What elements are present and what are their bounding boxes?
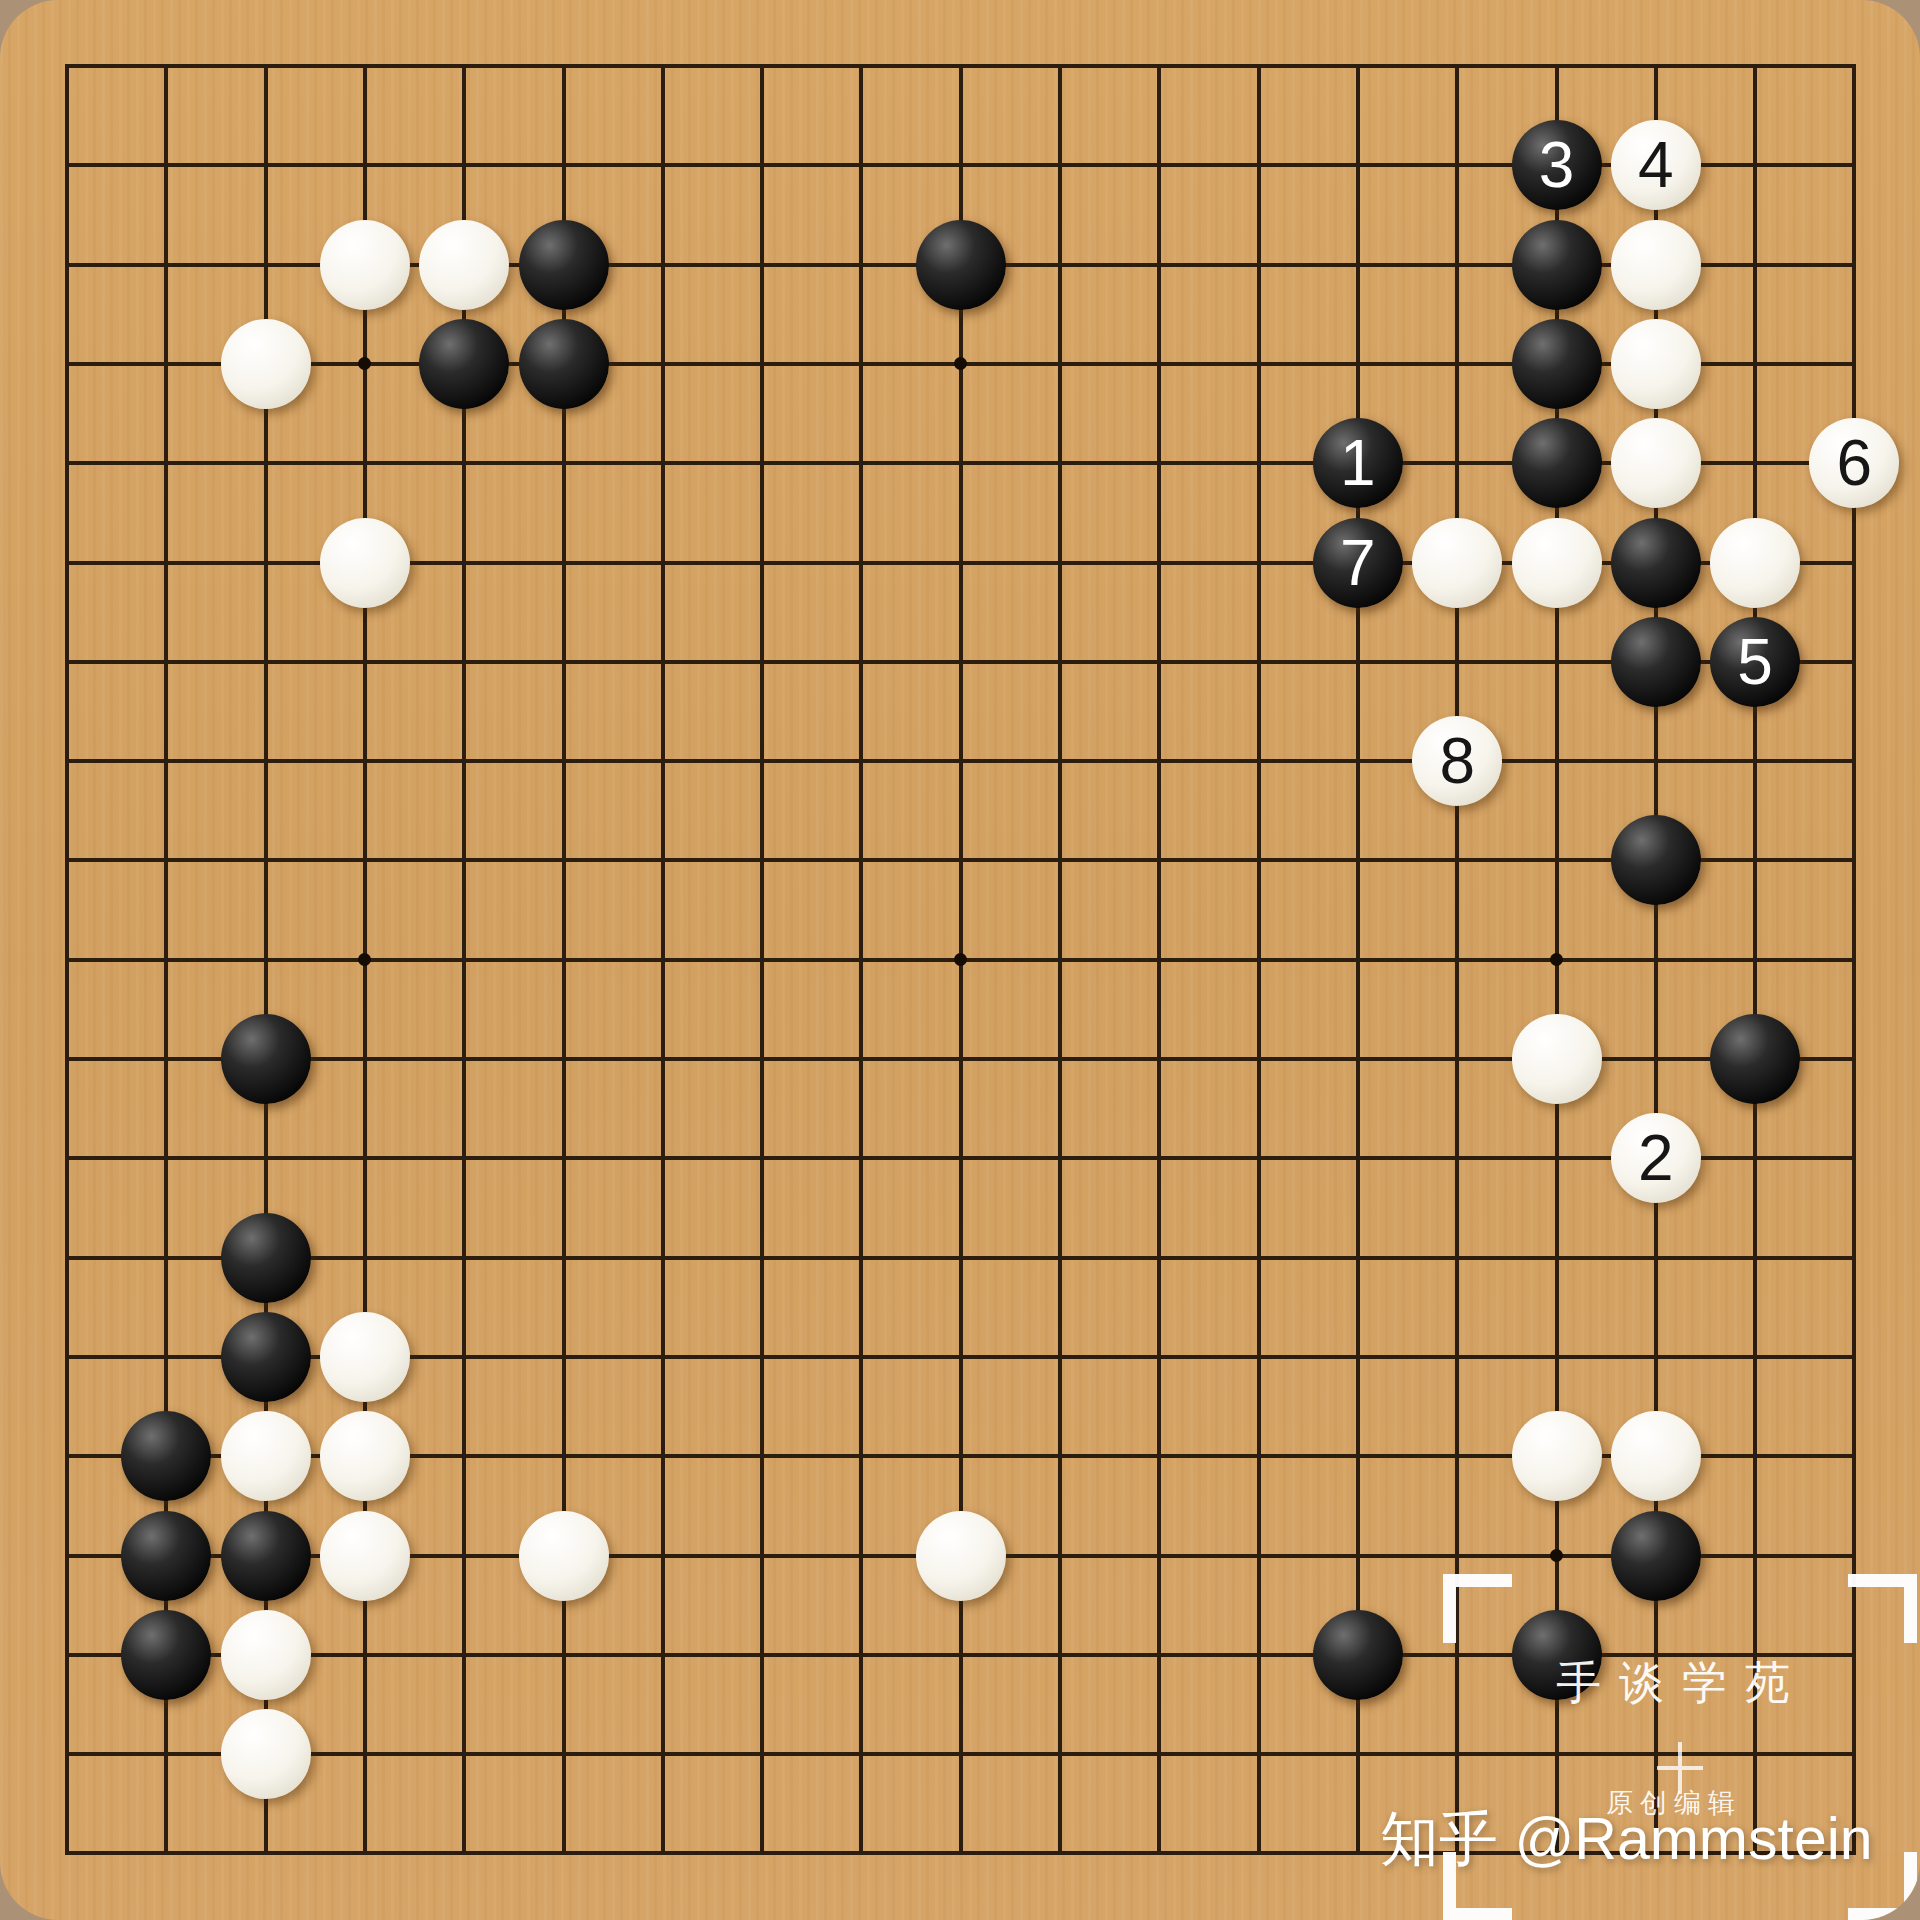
stone-black (1313, 1610, 1403, 1700)
stone-black (1611, 1511, 1701, 1601)
stone-white (1512, 1411, 1602, 1501)
stone-black (1611, 617, 1701, 707)
stone-white (1611, 220, 1701, 310)
stone-white (1412, 518, 1502, 608)
stone-white (221, 1610, 311, 1700)
stone-white-move-2: 2 (1611, 1113, 1701, 1203)
stone-black (1611, 815, 1701, 905)
move-number-label: 4 (1638, 133, 1674, 197)
move-number-label: 1 (1340, 431, 1376, 495)
page: 34167582 手谈学苑 原创编辑 知乎 @Rammstein (0, 0, 1920, 1920)
move-number-label: 7 (1340, 531, 1376, 595)
grid-line-horizontal (65, 1156, 1856, 1160)
move-number-label: 3 (1539, 133, 1575, 197)
stone-white (320, 1511, 410, 1601)
stone-white (1611, 418, 1701, 508)
stone-white-move-6: 6 (1809, 418, 1899, 508)
grid-line-horizontal (65, 1752, 1856, 1756)
stone-black (1710, 1014, 1800, 1104)
stone-black (519, 220, 609, 310)
star-point (954, 953, 967, 966)
stone-black (121, 1610, 211, 1700)
stone-white (1611, 1411, 1701, 1501)
move-number-label: 6 (1837, 431, 1873, 495)
stone-black (121, 1511, 211, 1601)
stone-black (1512, 220, 1602, 310)
stone-white (221, 319, 311, 409)
stone-white (419, 220, 509, 310)
stone-black (519, 319, 609, 409)
stone-black (1512, 319, 1602, 409)
stone-black (221, 1312, 311, 1402)
star-point (954, 357, 967, 370)
credit-watermark: 知乎 @Rammstein (1380, 1806, 1873, 1872)
move-number-label: 8 (1439, 729, 1475, 793)
frame-corner-top-left-icon (1443, 1574, 1512, 1643)
grid-line-vertical (1157, 64, 1161, 1855)
stone-white (320, 518, 410, 608)
stone-black (221, 1213, 311, 1303)
grid-line-horizontal (65, 1256, 1856, 1260)
star-point (1550, 953, 1563, 966)
stone-white (320, 220, 410, 310)
stone-black-move-3: 3 (1512, 120, 1602, 210)
stone-white (916, 1511, 1006, 1601)
stone-white (320, 1312, 410, 1402)
stone-white (221, 1709, 311, 1799)
crosshair-vertical-bar (1678, 1742, 1682, 1794)
move-number-label: 5 (1737, 630, 1773, 694)
stone-black (121, 1411, 211, 1501)
stone-white-move-8: 8 (1412, 716, 1502, 806)
stone-black-move-7: 7 (1313, 518, 1403, 608)
grid-line-vertical (1753, 64, 1757, 1855)
stone-black (1512, 418, 1602, 508)
crosshair-icon (1657, 1742, 1703, 1794)
grid-line-vertical (1257, 64, 1261, 1855)
stone-white (1710, 518, 1800, 608)
stone-black-move-1: 1 (1313, 418, 1403, 508)
stone-white (221, 1411, 311, 1501)
stone-white (320, 1411, 410, 1501)
move-number-label: 2 (1638, 1126, 1674, 1190)
stone-white-move-4: 4 (1611, 120, 1701, 210)
board-photo: 34167582 手谈学苑 原创编辑 知乎 @Rammstein (0, 0, 1920, 1920)
grid-line-vertical (1356, 64, 1360, 1855)
star-point (1550, 1549, 1563, 1562)
star-point (358, 953, 371, 966)
star-point (358, 357, 371, 370)
stone-black (1611, 518, 1701, 608)
grid-line-vertical (1058, 64, 1062, 1855)
stone-black (419, 319, 509, 409)
stone-white (519, 1511, 609, 1601)
stone-black (221, 1511, 311, 1601)
stone-black-move-5: 5 (1710, 617, 1800, 707)
studio-watermark: 手谈学苑 (1556, 1659, 1808, 1707)
frame-corner-top-right-icon (1848, 1574, 1917, 1643)
stone-white (1611, 319, 1701, 409)
stone-white (1512, 518, 1602, 608)
stone-black (221, 1014, 311, 1104)
stone-black (916, 220, 1006, 310)
stone-white (1512, 1014, 1602, 1104)
